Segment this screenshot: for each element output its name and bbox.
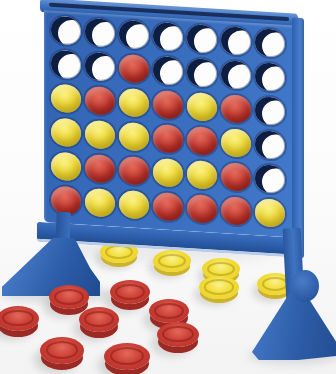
scene [0,0,336,374]
cell-r3c5-yellow[interactable] [187,92,217,122]
cell-r6c7-yellow[interactable] [255,198,285,228]
cell-r4c3-yellow[interactable] [119,122,149,152]
loose-disc-yellow-4[interactable] [199,276,239,299]
cell-r2c7-empty[interactable] [255,62,285,92]
board-grid [49,13,287,232]
cell-r1c1-empty[interactable] [51,16,81,46]
cell-r3c6-red[interactable] [221,94,251,124]
cell-r5c6-red[interactable] [221,162,251,192]
cell-r4c5-red[interactable] [187,126,217,156]
cell-r5c3-red[interactable] [119,156,149,186]
cell-r4c4-red[interactable] [153,124,183,154]
cell-r1c4-empty[interactable] [153,22,183,52]
cell-r4c2-yellow[interactable] [85,120,115,150]
cell-r1c7-empty[interactable] [255,28,285,58]
cell-r3c1-yellow[interactable] [51,84,81,114]
cell-r4c6-yellow[interactable] [221,128,251,158]
cell-r5c4-yellow[interactable] [153,158,183,188]
cell-r6c3-yellow[interactable] [119,190,149,220]
cell-r2c6-empty[interactable] [221,60,251,90]
cell-r3c2-red[interactable] [85,86,115,116]
cell-r5c5-yellow[interactable] [187,160,217,190]
loose-disc-red-4[interactable] [79,307,119,332]
connect-four-board [40,0,298,268]
loose-disc-red-6[interactable] [157,322,199,347]
cell-r6c6-red[interactable] [221,196,251,226]
cell-r6c4-red[interactable] [153,192,183,222]
cell-r2c2-empty[interactable] [85,52,115,82]
cell-r2c3-red[interactable] [119,54,149,84]
board-right-edge [292,17,304,258]
cell-r4c1-yellow[interactable] [51,118,81,148]
cell-r2c5-empty[interactable] [187,58,217,88]
cell-r1c6-empty[interactable] [221,26,251,56]
cell-r6c2-yellow[interactable] [85,188,115,218]
loose-disc-yellow-2[interactable] [153,250,191,272]
cell-r3c3-yellow[interactable] [119,88,149,118]
loose-disc-red-2[interactable] [110,280,150,304]
cell-r1c3-empty[interactable] [119,20,149,50]
cell-r5c1-yellow[interactable] [51,152,81,182]
cell-r3c4-red[interactable] [153,90,183,120]
cell-r2c4-empty[interactable] [153,56,183,86]
board-face [44,10,294,237]
board-right-foot [252,294,336,360]
loose-disc-red-3[interactable] [0,306,39,331]
cell-r1c2-empty[interactable] [85,18,115,48]
cell-r6c5-red[interactable] [187,194,217,224]
loose-disc-red-8[interactable] [104,343,150,370]
cell-r1c5-empty[interactable] [187,24,217,54]
cell-r6c1-red[interactable] [51,186,81,216]
leg-knob [291,270,319,302]
cell-r2c1-empty[interactable] [51,50,81,80]
loose-disc-red-7[interactable] [40,337,84,364]
cell-r5c2-red[interactable] [85,154,115,184]
cell-r4c7-empty[interactable] [255,130,285,160]
cell-r5c7-empty[interactable] [255,164,285,194]
loose-disc-red-5[interactable] [149,299,189,323]
loose-disc-red-1[interactable] [49,285,89,309]
cell-r3c7-empty[interactable] [255,96,285,126]
